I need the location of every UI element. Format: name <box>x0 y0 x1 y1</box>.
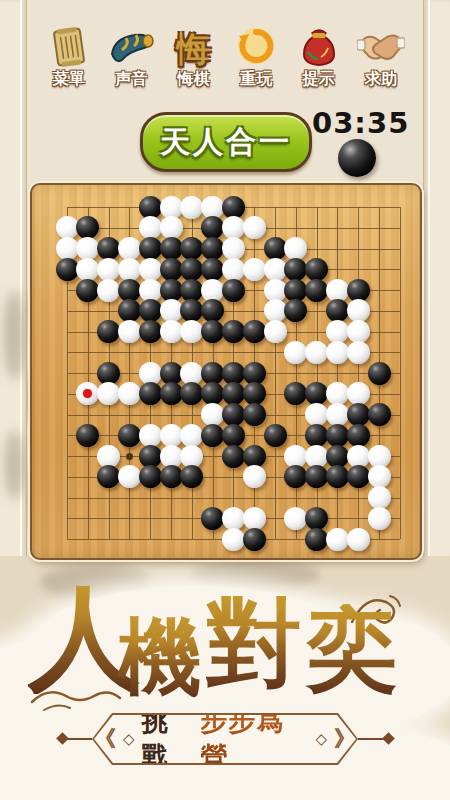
white-stone <box>243 258 266 281</box>
chevron-right-icon: 》 <box>334 724 356 754</box>
toolbar-item-5[interactable]: 提示 <box>290 24 348 96</box>
banner-row: 《 ◇ 挑戰 步步爲營 ◇ 》 <box>0 712 450 768</box>
black-stone <box>326 424 349 447</box>
regret-char-icon: 悔 <box>177 32 211 68</box>
white-stone <box>139 424 162 447</box>
grid-line-vertical <box>400 207 401 539</box>
chevron-left-icon: 《 <box>94 724 116 754</box>
black-stone <box>264 237 287 260</box>
white-stone <box>368 445 391 468</box>
black-stone <box>305 424 328 447</box>
toolbar-item-3[interactable]: 悔悔棋 <box>165 24 223 96</box>
black-stone <box>160 465 183 488</box>
black-stone <box>201 424 224 447</box>
page-title: 人 機 對 奕 <box>0 574 450 704</box>
white-stone <box>56 216 79 239</box>
black-stone <box>139 320 162 343</box>
black-stone <box>326 465 349 488</box>
black-stone <box>284 382 307 405</box>
banner-prefix: 挑戰 <box>142 704 194 774</box>
toolbar-icon-wrap <box>49 24 89 68</box>
white-stone <box>326 279 349 302</box>
white-stone <box>180 320 203 343</box>
black-stone <box>368 362 391 385</box>
white-stone <box>368 507 391 530</box>
black-stone <box>305 258 328 281</box>
black-stone <box>243 528 266 551</box>
white-stone <box>222 216 245 239</box>
white-stone <box>180 362 203 385</box>
black-stone <box>139 196 162 219</box>
black-stone <box>201 382 224 405</box>
white-stone <box>97 258 120 281</box>
white-stone <box>326 341 349 364</box>
star-point <box>126 453 133 460</box>
white-stone <box>97 382 120 405</box>
black-stone <box>305 507 328 530</box>
black-stone <box>284 465 307 488</box>
white-stone <box>326 382 349 405</box>
toolbar-item-label: 提示 <box>303 70 335 87</box>
toolbar-item-2[interactable]: 声音 <box>102 24 160 96</box>
title-char: 奕 <box>306 604 398 696</box>
black-stone <box>347 279 370 302</box>
white-stone <box>76 237 99 260</box>
white-stone <box>264 279 287 302</box>
white-stone <box>201 196 224 219</box>
timer: 03:35 <box>312 106 404 140</box>
black-stone <box>201 237 224 260</box>
white-stone <box>139 362 162 385</box>
black-stone <box>347 424 370 447</box>
black-stone <box>97 362 120 385</box>
white-stone <box>347 445 370 468</box>
app-screen: { "app": {"description": "Chinese Go (We… <box>0 0 450 800</box>
toolbar-icon-wrap: 悔 <box>177 24 211 68</box>
white-stone <box>326 528 349 551</box>
toolbar-item-label: 声音 <box>115 70 147 87</box>
black-stone <box>222 382 245 405</box>
toolbar: 菜單声音悔悔棋重玩提示求助 <box>26 24 424 96</box>
black-stone <box>160 237 183 260</box>
white-stone <box>243 507 266 530</box>
white-stone <box>347 528 370 551</box>
black-stone <box>305 382 328 405</box>
white-stone <box>347 341 370 364</box>
challenge-banner-inner: 《 ◇ 挑戰 步步爲營 ◇ 》 <box>94 715 356 763</box>
grid-line-horizontal <box>67 498 400 499</box>
black-stone <box>201 258 224 281</box>
black-stone <box>180 299 203 322</box>
black-stone <box>284 279 307 302</box>
black-stone <box>118 279 141 302</box>
toolbar-icon-wrap <box>357 24 405 68</box>
black-stone <box>222 279 245 302</box>
white-stone <box>139 216 162 239</box>
black-stone <box>222 403 245 426</box>
black-stone <box>243 362 266 385</box>
black-stone <box>180 465 203 488</box>
black-stone <box>139 382 162 405</box>
white-stone <box>305 341 328 364</box>
grid-line-vertical <box>337 207 338 539</box>
white-stone <box>139 258 162 281</box>
toolbar-item-1[interactable]: 菜單 <box>40 24 98 96</box>
black-stone <box>160 362 183 385</box>
toolbar-item-label: 求助 <box>365 70 397 87</box>
black-stone <box>201 216 224 239</box>
white-stone <box>264 299 287 322</box>
black-stone <box>97 320 120 343</box>
black-stone <box>243 445 266 468</box>
bezel-painting-blob <box>3 290 25 380</box>
white-stone <box>222 528 245 551</box>
toolbar-item-label: 悔棋 <box>178 70 210 87</box>
black-stone <box>222 362 245 385</box>
rule-line <box>66 738 92 740</box>
white-stone <box>368 465 391 488</box>
white-stone <box>180 424 203 447</box>
white-stone <box>305 403 328 426</box>
white-stone <box>222 237 245 260</box>
white-stone <box>264 320 287 343</box>
scroll-menu-icon <box>49 26 89 68</box>
white-stone <box>160 299 183 322</box>
white-stone <box>160 216 183 239</box>
black-stone <box>180 279 203 302</box>
white-stone <box>139 279 162 302</box>
diamond-icon: ◇ <box>123 730 135 748</box>
white-stone <box>201 279 224 302</box>
white-stone <box>180 445 203 468</box>
white-stone <box>160 196 183 219</box>
black-to-move-stone-icon <box>338 139 376 177</box>
black-stone <box>97 237 120 260</box>
white-stone <box>201 403 224 426</box>
bezel-painting-blob <box>4 430 24 500</box>
black-stone <box>118 424 141 447</box>
black-stone <box>139 237 162 260</box>
white-stone <box>118 382 141 405</box>
black-stone <box>201 507 224 530</box>
mode-button-label: 天人合一 <box>160 122 292 163</box>
white-stone <box>347 299 370 322</box>
white-stone <box>180 196 203 219</box>
black-stone <box>97 465 120 488</box>
white-stone <box>160 320 183 343</box>
horn-sound-icon <box>108 26 154 68</box>
white-stone <box>347 320 370 343</box>
white-stone <box>243 216 266 239</box>
hint-bag-icon <box>298 24 340 68</box>
title-char: 機 <box>118 616 202 700</box>
white-stone <box>264 258 287 281</box>
black-stone <box>139 299 162 322</box>
rule-line <box>358 738 384 740</box>
white-stone <box>97 279 120 302</box>
rule-diamond <box>382 732 395 745</box>
white-stone <box>326 403 349 426</box>
replay-swirl-icon <box>234 24 278 68</box>
white-stone <box>284 507 307 530</box>
banner-emphasis: 步步爲營 <box>201 703 309 775</box>
black-stone <box>160 258 183 281</box>
black-stone <box>180 382 203 405</box>
toolbar-item-label: 重玩 <box>240 70 272 87</box>
white-stone <box>326 320 349 343</box>
black-stone <box>305 279 328 302</box>
black-stone <box>201 299 224 322</box>
white-stone <box>97 445 120 468</box>
white-stone <box>118 465 141 488</box>
black-stone <box>139 465 162 488</box>
black-stone <box>264 424 287 447</box>
black-stone <box>368 403 391 426</box>
white-stone <box>347 382 370 405</box>
grid-line-vertical <box>317 207 318 539</box>
black-stone <box>201 362 224 385</box>
white-stone <box>243 465 266 488</box>
mode-button[interactable]: 天人合一 <box>140 112 312 172</box>
white-stone <box>284 341 307 364</box>
black-stone <box>160 382 183 405</box>
toolbar-item-4[interactable]: 重玩 <box>227 24 285 96</box>
challenge-banner: 《 ◇ 挑戰 步步爲營 ◇ 》 <box>92 713 358 765</box>
black-stone <box>180 237 203 260</box>
black-stone <box>222 445 245 468</box>
white-stone <box>76 258 99 281</box>
black-stone <box>243 403 266 426</box>
white-stone <box>56 237 79 260</box>
white-stone <box>284 237 307 260</box>
black-stone <box>76 424 99 447</box>
black-stone <box>180 258 203 281</box>
black-stone <box>305 465 328 488</box>
go-board[interactable] <box>30 183 422 560</box>
toolbar-icon-wrap <box>234 24 278 68</box>
handshake-help-icon <box>357 28 405 68</box>
black-stone <box>243 320 266 343</box>
black-stone <box>222 196 245 219</box>
black-stone <box>326 445 349 468</box>
white-stone <box>284 445 307 468</box>
white-stone <box>160 424 183 447</box>
grid-line-vertical <box>358 207 359 539</box>
toolbar-icon-wrap <box>298 24 340 68</box>
black-stone <box>222 424 245 447</box>
white-stone <box>368 486 391 509</box>
black-stone <box>347 465 370 488</box>
black-stone <box>76 279 99 302</box>
white-stone <box>305 445 328 468</box>
black-stone <box>76 216 99 239</box>
black-stone <box>201 320 224 343</box>
black-stone <box>56 258 79 281</box>
black-stone <box>284 258 307 281</box>
black-stone <box>160 279 183 302</box>
white-stone <box>118 320 141 343</box>
black-stone <box>284 299 307 322</box>
white-stone <box>118 258 141 281</box>
title-char: 對 <box>206 596 302 692</box>
black-stone <box>118 299 141 322</box>
diamond-icon: ◇ <box>315 730 327 748</box>
white-stone <box>222 258 245 281</box>
black-stone <box>222 320 245 343</box>
white-stone <box>118 237 141 260</box>
black-stone <box>305 528 328 551</box>
toolbar-item-6[interactable]: 求助 <box>352 24 410 96</box>
black-stone <box>243 382 266 405</box>
black-stone <box>347 403 370 426</box>
white-stone <box>222 507 245 530</box>
toolbar-item-label: 菜單 <box>53 70 85 87</box>
white-stone <box>160 445 183 468</box>
black-stone <box>139 445 162 468</box>
toolbar-icon-wrap <box>108 24 154 68</box>
black-stone <box>326 299 349 322</box>
